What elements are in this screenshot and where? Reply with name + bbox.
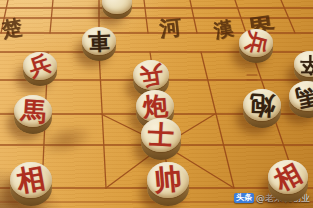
piece-face: 相 xyxy=(268,160,308,194)
piece-character: 士 xyxy=(147,117,175,153)
black-horse-edge-piece[interactable]: 馬 xyxy=(289,81,313,118)
piece-character: 炮 xyxy=(249,88,275,122)
piece-face: 士 xyxy=(141,118,181,152)
piece-character: 車 xyxy=(87,26,110,57)
piece-face: 帅 xyxy=(147,162,189,198)
red-advisor-piece[interactable]: 士 xyxy=(141,118,181,160)
xiangqi-photo: 楚河漢界 帅士相相馬炮兵兵兵車炮卒馬 头条 @老朱说创业 xyxy=(0,0,313,208)
piece-face: 兵 xyxy=(23,52,57,80)
piece-character: 卒 xyxy=(300,51,313,78)
watermark-logo: 头条 xyxy=(234,193,254,203)
piece-face: 馬 xyxy=(14,95,52,127)
piece-face: 兵 xyxy=(133,60,169,90)
piece-face: 炮 xyxy=(243,89,281,121)
red-soldier-c-piece[interactable]: 兵 xyxy=(23,52,57,86)
red-general-piece[interactable]: 帅 xyxy=(147,162,189,206)
red-horse-piece[interactable]: 馬 xyxy=(14,95,52,134)
piece-face: 車 xyxy=(82,27,116,55)
red-elephant-left-piece[interactable]: 相 xyxy=(10,162,52,206)
piece-character: 馬 xyxy=(19,94,46,129)
piece-character: 兵 xyxy=(137,58,164,92)
partial-piece-top-piece[interactable] xyxy=(102,0,132,19)
piece-face: 兵 xyxy=(239,29,273,57)
red-soldier-g-piece[interactable]: 兵 xyxy=(239,29,273,63)
river-calligraphy-char: 楚 xyxy=(0,16,23,39)
river-calligraphy-char: 河 xyxy=(158,17,182,40)
piece-character: 相 xyxy=(14,159,48,201)
piece-face: 相 xyxy=(10,162,52,198)
piece-character: 兵 xyxy=(239,28,274,57)
piece-character: 帅 xyxy=(152,160,183,200)
black-chariot-piece[interactable]: 車 xyxy=(82,27,116,61)
red-elephant-right-piece[interactable]: 相 xyxy=(268,160,308,202)
black-soldier-edge-piece[interactable]: 卒 xyxy=(294,51,313,83)
river-calligraphy-char: 漢 xyxy=(212,18,235,41)
black-cannon-piece[interactable]: 炮 xyxy=(243,89,281,128)
